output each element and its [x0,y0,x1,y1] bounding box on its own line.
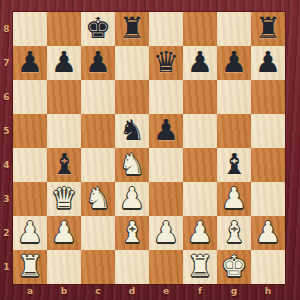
rank-label-2: 2 [0,216,13,250]
square-a2[interactable]: ♟ [13,216,47,250]
square-f5[interactable] [183,114,217,148]
black-pawn[interactable]: ♟ [217,46,251,80]
black-pawn[interactable]: ♟ [183,46,217,80]
square-d3[interactable]: ♟ [115,182,149,216]
square-h7[interactable]: ♟ [251,46,285,80]
square-c6[interactable] [81,80,115,114]
black-rook[interactable]: ♜ [115,12,149,46]
square-a5[interactable] [13,114,47,148]
black-pawn[interactable]: ♟ [13,46,47,80]
white-pawn[interactable]: ♟ [183,216,217,250]
square-c3[interactable]: ♞ [81,182,115,216]
square-b4[interactable]: ♝ [47,148,81,182]
square-b8[interactable] [47,12,81,46]
square-d8[interactable]: ♜ [115,12,149,46]
file-label-f: f [183,284,217,300]
square-e4[interactable] [149,148,183,182]
square-e3[interactable] [149,182,183,216]
square-e2[interactable]: ♟ [149,216,183,250]
black-pawn[interactable]: ♟ [251,46,285,80]
square-h3[interactable] [251,182,285,216]
square-g1[interactable]: ♚ [217,250,251,284]
square-c1[interactable] [81,250,115,284]
rank-label-3: 3 [0,182,13,216]
white-rook[interactable]: ♜ [183,250,217,284]
square-e8[interactable] [149,12,183,46]
black-pawn[interactable]: ♟ [81,46,115,80]
file-label-g: g [217,284,251,300]
square-a4[interactable] [13,148,47,182]
square-g5[interactable] [217,114,251,148]
black-bishop[interactable]: ♝ [47,148,81,182]
square-e5[interactable]: ♟ [149,114,183,148]
file-label-d: d [115,284,149,300]
black-bishop[interactable]: ♝ [217,148,251,182]
square-d2[interactable]: ♝ [115,216,149,250]
file-label-c: c [81,284,115,300]
black-knight[interactable]: ♞ [115,114,149,148]
square-a3[interactable] [13,182,47,216]
white-pawn[interactable]: ♟ [149,216,183,250]
file-label-e: e [149,284,183,300]
white-king[interactable]: ♚ [217,250,251,284]
square-g4[interactable]: ♝ [217,148,251,182]
square-c4[interactable] [81,148,115,182]
square-h4[interactable] [251,148,285,182]
square-d5[interactable]: ♞ [115,114,149,148]
square-f3[interactable] [183,182,217,216]
white-knight[interactable]: ♞ [81,182,115,216]
square-g2[interactable]: ♝ [217,216,251,250]
black-rook[interactable]: ♜ [251,12,285,46]
square-c8[interactable]: ♚ [81,12,115,46]
white-bishop[interactable]: ♝ [217,216,251,250]
square-h2[interactable]: ♟ [251,216,285,250]
white-pawn[interactable]: ♟ [13,216,47,250]
square-a7[interactable]: ♟ [13,46,47,80]
square-c2[interactable] [81,216,115,250]
white-bishop[interactable]: ♝ [115,216,149,250]
white-pawn[interactable]: ♟ [251,216,285,250]
square-h1[interactable] [251,250,285,284]
square-b6[interactable] [47,80,81,114]
square-h5[interactable] [251,114,285,148]
square-a8[interactable] [13,12,47,46]
rank-label-4: 4 [0,148,13,182]
square-b1[interactable] [47,250,81,284]
white-pawn[interactable]: ♟ [217,182,251,216]
square-e1[interactable] [149,250,183,284]
square-g8[interactable] [217,12,251,46]
file-label-b: b [47,284,81,300]
white-pawn[interactable]: ♟ [47,216,81,250]
square-f1[interactable]: ♜ [183,250,217,284]
square-e6[interactable] [149,80,183,114]
square-e7[interactable]: ♛ [149,46,183,80]
square-b2[interactable]: ♟ [47,216,81,250]
square-d4[interactable]: ♞ [115,148,149,182]
rank-label-1: 1 [0,250,13,284]
black-pawn[interactable]: ♟ [47,46,81,80]
black-pawn[interactable]: ♟ [149,114,183,148]
white-knight[interactable]: ♞ [115,148,149,182]
chess-board-frame: ♚♜♜♟♟♟♛♟♟♟♞♟♝♞♝♛♞♟♟♟♟♝♟♟♝♟♜♜♚ 87654321 a… [0,0,300,300]
white-rook[interactable]: ♜ [13,250,47,284]
chess-board: ♚♜♜♟♟♟♛♟♟♟♞♟♝♞♝♛♞♟♟♟♟♝♟♟♝♟♜♜♚ [13,12,285,284]
white-queen[interactable]: ♛ [47,182,81,216]
square-f7[interactable]: ♟ [183,46,217,80]
rank-label-6: 6 [0,80,13,114]
file-label-h: h [251,284,285,300]
square-d1[interactable] [115,250,149,284]
square-f2[interactable]: ♟ [183,216,217,250]
square-b3[interactable]: ♛ [47,182,81,216]
square-g3[interactable]: ♟ [217,182,251,216]
black-queen[interactable]: ♛ [149,46,183,80]
square-h6[interactable] [251,80,285,114]
rank-label-5: 5 [0,114,13,148]
square-d6[interactable] [115,80,149,114]
square-h8[interactable]: ♜ [251,12,285,46]
square-c5[interactable] [81,114,115,148]
black-king[interactable]: ♚ [81,12,115,46]
square-a6[interactable] [13,80,47,114]
square-b7[interactable]: ♟ [47,46,81,80]
file-label-a: a [13,284,47,300]
square-f4[interactable] [183,148,217,182]
square-f8[interactable] [183,12,217,46]
square-d7[interactable] [115,46,149,80]
white-pawn[interactable]: ♟ [115,182,149,216]
square-g7[interactable]: ♟ [217,46,251,80]
rank-label-7: 7 [0,46,13,80]
square-a1[interactable]: ♜ [13,250,47,284]
square-g6[interactable] [217,80,251,114]
square-f6[interactable] [183,80,217,114]
square-b5[interactable] [47,114,81,148]
rank-label-8: 8 [0,12,13,46]
square-c7[interactable]: ♟ [81,46,115,80]
